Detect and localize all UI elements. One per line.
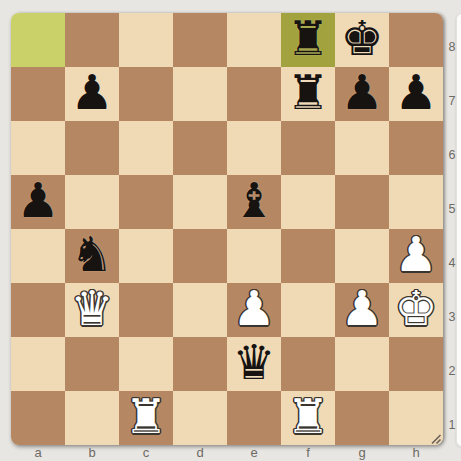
chess-board: ♜♚♟♜♟♟♟♝♞♟♛♟♟♚♛♜♜ — [11, 13, 443, 445]
square-a3[interactable] — [11, 283, 65, 337]
file-label-b: b — [65, 445, 119, 461]
piece-black-pawn-b7[interactable]: ♟ — [70, 68, 113, 116]
file-label-d: d — [173, 445, 227, 461]
square-h8[interactable] — [389, 13, 443, 67]
square-f5[interactable] — [281, 175, 335, 229]
piece-black-king-g8[interactable]: ♚ — [340, 14, 383, 62]
piece-white-pawn-h4[interactable]: ♟ — [394, 230, 437, 278]
square-e8[interactable] — [227, 13, 281, 67]
square-f4[interactable] — [281, 229, 335, 283]
square-h7[interactable]: ♟ — [389, 67, 443, 121]
square-c4[interactable] — [119, 229, 173, 283]
square-e7[interactable] — [227, 67, 281, 121]
square-c5[interactable] — [119, 175, 173, 229]
square-a4[interactable] — [11, 229, 65, 283]
square-b3[interactable]: ♛ — [65, 283, 119, 337]
square-e4[interactable] — [227, 229, 281, 283]
square-c2[interactable] — [119, 337, 173, 391]
square-c1[interactable]: ♜ — [119, 391, 173, 445]
piece-black-knight-b4[interactable]: ♞ — [70, 230, 113, 278]
square-b2[interactable] — [65, 337, 119, 391]
resize-grip-icon — [429, 432, 442, 445]
square-b6[interactable] — [65, 121, 119, 175]
square-a8[interactable] — [11, 13, 65, 67]
square-d5[interactable] — [173, 175, 227, 229]
board-stage: ♜♚♟♜♟♟♟♝♞♟♛♟♟♚♛♜♜ 87654321 abcdefgh — [0, 0, 461, 461]
square-f3[interactable] — [281, 283, 335, 337]
square-g4[interactable] — [335, 229, 389, 283]
square-d8[interactable] — [173, 13, 227, 67]
square-d6[interactable] — [173, 121, 227, 175]
square-a5[interactable]: ♟ — [11, 175, 65, 229]
square-g6[interactable] — [335, 121, 389, 175]
square-c3[interactable] — [119, 283, 173, 337]
file-label-a: a — [11, 445, 65, 461]
square-h4[interactable]: ♟ — [389, 229, 443, 283]
square-g8[interactable]: ♚ — [335, 13, 389, 67]
piece-black-pawn-h7[interactable]: ♟ — [394, 68, 437, 116]
square-d7[interactable] — [173, 67, 227, 121]
piece-white-pawn-g3[interactable]: ♟ — [340, 284, 383, 332]
square-h3[interactable]: ♚ — [389, 283, 443, 337]
square-g2[interactable] — [335, 337, 389, 391]
square-g7[interactable]: ♟ — [335, 67, 389, 121]
square-h5[interactable] — [389, 175, 443, 229]
square-d3[interactable] — [173, 283, 227, 337]
adjacent-panel-edge — [456, 13, 461, 447]
square-e1[interactable] — [227, 391, 281, 445]
file-label-g: g — [335, 445, 389, 461]
square-f1[interactable]: ♜ — [281, 391, 335, 445]
piece-black-pawn-a5[interactable]: ♟ — [16, 176, 59, 224]
square-b8[interactable] — [65, 13, 119, 67]
file-label-h: h — [389, 445, 443, 461]
square-h2[interactable] — [389, 337, 443, 391]
piece-white-rook-f1[interactable]: ♜ — [286, 392, 329, 440]
piece-black-bishop-e5[interactable]: ♝ — [232, 176, 275, 224]
square-f8[interactable]: ♜ — [281, 13, 335, 67]
square-e3[interactable]: ♟ — [227, 283, 281, 337]
square-a6[interactable] — [11, 121, 65, 175]
piece-white-pawn-e3[interactable]: ♟ — [232, 284, 275, 332]
piece-white-rook-c1[interactable]: ♜ — [124, 392, 167, 440]
square-a7[interactable] — [11, 67, 65, 121]
piece-black-rook-f8[interactable]: ♜ — [286, 14, 329, 62]
square-f2[interactable] — [281, 337, 335, 391]
square-d1[interactable] — [173, 391, 227, 445]
square-e5[interactable]: ♝ — [227, 175, 281, 229]
square-d2[interactable] — [173, 337, 227, 391]
square-g1[interactable] — [335, 391, 389, 445]
piece-black-rook-f7[interactable]: ♜ — [286, 68, 329, 116]
piece-white-king-h3[interactable]: ♚ — [394, 284, 437, 332]
board-grid: ♜♚♟♜♟♟♟♝♞♟♛♟♟♚♛♜♜ — [11, 13, 443, 445]
square-b4[interactable]: ♞ — [65, 229, 119, 283]
square-b1[interactable] — [65, 391, 119, 445]
file-label-f: f — [281, 445, 335, 461]
file-coordinates: abcdefgh — [11, 445, 443, 461]
square-a1[interactable] — [11, 391, 65, 445]
piece-black-pawn-g7[interactable]: ♟ — [340, 68, 383, 116]
square-a2[interactable] — [11, 337, 65, 391]
square-g5[interactable] — [335, 175, 389, 229]
square-e2[interactable]: ♛ — [227, 337, 281, 391]
square-g3[interactable]: ♟ — [335, 283, 389, 337]
square-c7[interactable] — [119, 67, 173, 121]
square-f7[interactable]: ♜ — [281, 67, 335, 121]
square-h6[interactable] — [389, 121, 443, 175]
square-f6[interactable] — [281, 121, 335, 175]
square-d4[interactable] — [173, 229, 227, 283]
board-resize-handle[interactable] — [429, 431, 442, 444]
square-c8[interactable] — [119, 13, 173, 67]
piece-white-queen-b3[interactable]: ♛ — [70, 284, 113, 332]
piece-black-queen-e2[interactable]: ♛ — [232, 338, 275, 386]
file-label-c: c — [119, 445, 173, 461]
square-b5[interactable] — [65, 175, 119, 229]
page-background: { "game": "chess", "board": { "files": [… — [0, 0, 461, 461]
square-c6[interactable] — [119, 121, 173, 175]
square-e6[interactable] — [227, 121, 281, 175]
square-b7[interactable]: ♟ — [65, 67, 119, 121]
file-label-e: e — [227, 445, 281, 461]
